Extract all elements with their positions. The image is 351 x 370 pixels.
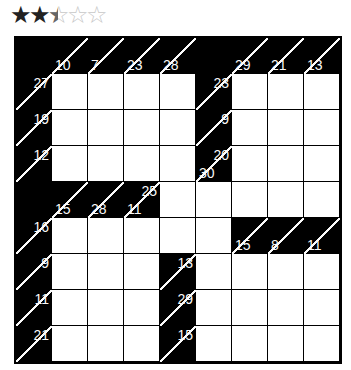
cell-r6c1[interactable] (52, 254, 88, 290)
cell-r7c4: 29 (160, 290, 196, 326)
cell-r8c6[interactable] (232, 326, 268, 362)
cell-r5c0: 16 (16, 218, 52, 254)
down-clue: 7 (91, 58, 99, 72)
cell-r7c3[interactable] (124, 290, 160, 326)
cell-r4c0 (16, 182, 52, 218)
across-clue: 16 (33, 220, 49, 234)
cell-r1c3[interactable] (124, 74, 160, 110)
down-clue: 13 (307, 58, 323, 72)
cell-r2c4[interactable] (160, 110, 196, 146)
across-clue: 21 (33, 328, 49, 342)
cell-r2c3[interactable] (124, 110, 160, 146)
down-clue: 8 (271, 238, 279, 252)
cell-r2c1[interactable] (52, 110, 88, 146)
cell-r3c6[interactable] (232, 146, 268, 182)
across-clue: 12 (33, 148, 49, 162)
cell-r6c8[interactable] (304, 254, 340, 290)
across-clue: 29 (177, 292, 193, 306)
kakuro-board: 1072328292113272319912203015282511161581… (14, 36, 342, 364)
cell-r2c8[interactable] (304, 110, 340, 146)
cell-r6c6[interactable] (232, 254, 268, 290)
cell-r5c8: 11 (304, 218, 340, 254)
star-empty-icon: ☆ (86, 1, 105, 29)
cell-r3c2[interactable] (88, 146, 124, 182)
cell-r0c6: 29 (232, 38, 268, 74)
difficulty-rating: ★★☆★☆☆ (10, 1, 105, 29)
down-clue: 11 (127, 202, 142, 216)
cell-r5c3[interactable] (124, 218, 160, 254)
cell-r4c5[interactable] (196, 182, 232, 218)
across-clue: 27 (33, 76, 49, 90)
cell-r7c7[interactable] (268, 290, 304, 326)
down-clue: 29 (235, 58, 251, 72)
cell-r1c7[interactable] (268, 74, 304, 110)
down-clue: 10 (55, 58, 71, 72)
cell-r3c3[interactable] (124, 146, 160, 182)
cell-r4c6[interactable] (232, 182, 268, 218)
cell-r1c2[interactable] (88, 74, 124, 110)
cell-r3c4[interactable] (160, 146, 196, 182)
cell-r4c8[interactable] (304, 182, 340, 218)
down-clue: 15 (55, 202, 71, 216)
cell-r7c6[interactable] (232, 290, 268, 326)
across-clue: 20 (213, 148, 229, 162)
cell-r0c3: 23 (124, 38, 160, 74)
cell-r5c7: 8 (268, 218, 304, 254)
cell-r8c2[interactable] (88, 326, 124, 362)
cell-r4c3: 2511 (124, 182, 160, 218)
cell-r8c7[interactable] (268, 326, 304, 362)
star-filled-icon: ★ (10, 1, 29, 29)
cell-r0c5 (196, 38, 232, 74)
cell-r8c5[interactable] (196, 326, 232, 362)
down-clue: 30 (199, 166, 215, 180)
cell-r3c8[interactable] (304, 146, 340, 182)
cell-r1c8[interactable] (304, 74, 340, 110)
cell-r1c6[interactable] (232, 74, 268, 110)
across-clue: 9 (221, 112, 229, 126)
cell-r7c5[interactable] (196, 290, 232, 326)
across-clue: 11 (34, 292, 49, 306)
cell-r7c0: 11 (16, 290, 52, 326)
cell-r7c8[interactable] (304, 290, 340, 326)
cell-r7c2[interactable] (88, 290, 124, 326)
cell-r4c1: 15 (52, 182, 88, 218)
cell-r8c0: 21 (16, 326, 52, 362)
across-clue: 15 (177, 328, 193, 342)
cell-r0c1: 10 (52, 38, 88, 74)
star-half-fill: ★ (48, 1, 58, 29)
cell-r5c4[interactable] (160, 218, 196, 254)
across-clue: 19 (33, 112, 49, 126)
down-clue: 23 (127, 58, 143, 72)
cell-r0c0 (16, 38, 52, 74)
across-clue: 9 (41, 256, 49, 270)
cell-r5c1[interactable] (52, 218, 88, 254)
cell-r5c5[interactable] (196, 218, 232, 254)
cell-r1c0: 27 (16, 74, 52, 110)
cell-r2c2[interactable] (88, 110, 124, 146)
cell-r4c2: 28 (88, 182, 124, 218)
star-empty-icon: ☆ (67, 1, 86, 29)
star-half-icon: ☆★ (48, 1, 67, 29)
down-clue: 11 (307, 238, 322, 252)
cell-r7c1[interactable] (52, 290, 88, 326)
cell-r2c5: 9 (196, 110, 232, 146)
cell-r6c5[interactable] (196, 254, 232, 290)
cell-r4c7[interactable] (268, 182, 304, 218)
cell-r8c4: 15 (160, 326, 196, 362)
down-clue: 15 (235, 238, 251, 252)
cell-r0c7: 21 (268, 38, 304, 74)
cell-r6c4: 13 (160, 254, 196, 290)
cell-r2c7[interactable] (268, 110, 304, 146)
cell-r8c3[interactable] (124, 326, 160, 362)
cell-r8c1[interactable] (52, 326, 88, 362)
cell-r8c8[interactable] (304, 326, 340, 362)
down-clue: 21 (271, 58, 287, 72)
cell-r5c6: 15 (232, 218, 268, 254)
cell-r6c3[interactable] (124, 254, 160, 290)
down-clue: 28 (91, 202, 107, 216)
cell-r3c1[interactable] (52, 146, 88, 182)
cell-r5c2[interactable] (88, 218, 124, 254)
cell-r6c2[interactable] (88, 254, 124, 290)
cell-r6c7[interactable] (268, 254, 304, 290)
star-filled-icon: ★ (29, 1, 48, 29)
cell-r1c1[interactable] (52, 74, 88, 110)
cell-r3c7[interactable] (268, 146, 304, 182)
cell-r1c5: 23 (196, 74, 232, 110)
cell-r2c0: 19 (16, 110, 52, 146)
cell-r4c4[interactable] (160, 182, 196, 218)
cell-r3c0: 12 (16, 146, 52, 182)
cell-r6c0: 9 (16, 254, 52, 290)
cell-r1c4[interactable] (160, 74, 196, 110)
cell-r2c6[interactable] (232, 110, 268, 146)
cell-r0c8: 13 (304, 38, 340, 74)
across-clue: 13 (177, 256, 193, 270)
cell-r0c4: 28 (160, 38, 196, 74)
across-clue: 23 (213, 76, 229, 90)
down-clue: 28 (163, 58, 179, 72)
across-clue: 25 (141, 184, 157, 198)
cell-r3c5: 2030 (196, 146, 232, 182)
cell-r0c2: 7 (88, 38, 124, 74)
